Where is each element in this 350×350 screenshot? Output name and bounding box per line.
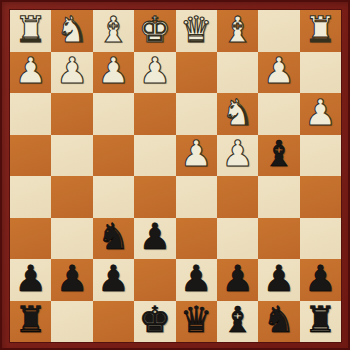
square-e4[interactable] (134, 135, 175, 177)
square-d6[interactable] (176, 218, 217, 260)
square-f6[interactable]: ♞ (93, 218, 134, 260)
square-a7[interactable]: ♟ (300, 259, 341, 301)
square-g2[interactable]: ♟ (51, 52, 92, 94)
piece-black-pawn[interactable]: ♟ (139, 219, 171, 255)
piece-black-pawn[interactable]: ♟ (221, 261, 253, 297)
piece-white-bishop[interactable]: ♝ (97, 12, 129, 48)
square-f8[interactable] (93, 301, 134, 343)
piece-white-bishop[interactable]: ♝ (221, 12, 253, 48)
square-d8[interactable]: ♛ (176, 301, 217, 343)
square-h2[interactable]: ♟ (10, 52, 51, 94)
piece-white-rook[interactable]: ♜ (304, 12, 336, 48)
square-d2[interactable] (176, 52, 217, 94)
piece-black-pawn[interactable]: ♟ (97, 261, 129, 297)
square-b2[interactable]: ♟ (258, 52, 299, 94)
square-c1[interactable]: ♝ (217, 10, 258, 52)
square-b1[interactable] (258, 10, 299, 52)
piece-black-pawn[interactable]: ♟ (56, 261, 88, 297)
square-f3[interactable] (93, 93, 134, 135)
square-b8[interactable]: ♞ (258, 301, 299, 343)
square-b7[interactable]: ♟ (258, 259, 299, 301)
piece-white-pawn[interactable]: ♟ (139, 53, 171, 89)
piece-white-knight[interactable]: ♞ (221, 95, 253, 131)
square-g1[interactable]: ♞ (51, 10, 92, 52)
square-e1[interactable]: ♚ (134, 10, 175, 52)
square-c8[interactable]: ♝ (217, 301, 258, 343)
square-b4[interactable]: ♝ (258, 135, 299, 177)
piece-white-pawn[interactable]: ♟ (15, 53, 47, 89)
piece-black-bishop[interactable]: ♝ (263, 136, 295, 172)
square-g7[interactable]: ♟ (51, 259, 92, 301)
piece-black-rook[interactable]: ♜ (304, 302, 336, 338)
square-c4[interactable]: ♟ (217, 135, 258, 177)
square-e2[interactable]: ♟ (134, 52, 175, 94)
square-b6[interactable] (258, 218, 299, 260)
square-f7[interactable]: ♟ (93, 259, 134, 301)
piece-black-rook[interactable]: ♜ (15, 302, 47, 338)
square-a4[interactable] (300, 135, 341, 177)
square-c6[interactable] (217, 218, 258, 260)
square-d4[interactable]: ♟ (176, 135, 217, 177)
square-e7[interactable] (134, 259, 175, 301)
chess-board-frame: ♜♞♝♚♛♝♜♟♟♟♟♟♞♟♟♟♝♞♟♟♟♟♟♟♟♟♜♚♛♝♞♜ (0, 0, 350, 350)
square-h4[interactable] (10, 135, 51, 177)
piece-white-pawn[interactable]: ♟ (304, 95, 336, 131)
square-d3[interactable] (176, 93, 217, 135)
square-a2[interactable] (300, 52, 341, 94)
square-h5[interactable] (10, 176, 51, 218)
square-f2[interactable]: ♟ (93, 52, 134, 94)
square-e5[interactable] (134, 176, 175, 218)
square-a1[interactable]: ♜ (300, 10, 341, 52)
piece-black-knight[interactable]: ♞ (97, 219, 129, 255)
square-g8[interactable] (51, 301, 92, 343)
piece-black-pawn[interactable]: ♟ (304, 261, 336, 297)
square-c7[interactable]: ♟ (217, 259, 258, 301)
square-b5[interactable] (258, 176, 299, 218)
piece-white-pawn[interactable]: ♟ (56, 53, 88, 89)
square-g3[interactable] (51, 93, 92, 135)
square-f4[interactable] (93, 135, 134, 177)
square-e8[interactable]: ♚ (134, 301, 175, 343)
square-h6[interactable] (10, 218, 51, 260)
square-d5[interactable] (176, 176, 217, 218)
square-f5[interactable] (93, 176, 134, 218)
square-g6[interactable] (51, 218, 92, 260)
square-f1[interactable]: ♝ (93, 10, 134, 52)
piece-black-king[interactable]: ♚ (139, 302, 171, 338)
square-a3[interactable]: ♟ (300, 93, 341, 135)
piece-black-pawn[interactable]: ♟ (180, 261, 212, 297)
square-g4[interactable] (51, 135, 92, 177)
piece-black-pawn[interactable]: ♟ (15, 261, 47, 297)
chess-board: ♜♞♝♚♛♝♜♟♟♟♟♟♞♟♟♟♝♞♟♟♟♟♟♟♟♟♜♚♛♝♞♜ (10, 10, 341, 342)
square-g5[interactable] (51, 176, 92, 218)
square-a8[interactable]: ♜ (300, 301, 341, 343)
square-h1[interactable]: ♜ (10, 10, 51, 52)
square-b3[interactable] (258, 93, 299, 135)
square-a5[interactable] (300, 176, 341, 218)
piece-white-queen[interactable]: ♛ (180, 12, 212, 48)
square-e6[interactable]: ♟ (134, 218, 175, 260)
piece-white-pawn[interactable]: ♟ (263, 53, 295, 89)
square-h7[interactable]: ♟ (10, 259, 51, 301)
square-e3[interactable] (134, 93, 175, 135)
piece-white-rook[interactable]: ♜ (15, 12, 47, 48)
square-d1[interactable]: ♛ (176, 10, 217, 52)
piece-white-knight[interactable]: ♞ (56, 12, 88, 48)
square-c2[interactable] (217, 52, 258, 94)
square-c5[interactable] (217, 176, 258, 218)
piece-white-pawn[interactable]: ♟ (221, 136, 253, 172)
piece-white-pawn[interactable]: ♟ (97, 53, 129, 89)
piece-white-pawn[interactable]: ♟ (180, 136, 212, 172)
piece-black-bishop[interactable]: ♝ (221, 302, 253, 338)
square-h8[interactable]: ♜ (10, 301, 51, 343)
square-c3[interactable]: ♞ (217, 93, 258, 135)
piece-white-king[interactable]: ♚ (139, 12, 171, 48)
square-h3[interactable] (10, 93, 51, 135)
square-d7[interactable]: ♟ (176, 259, 217, 301)
piece-black-pawn[interactable]: ♟ (263, 261, 295, 297)
square-a6[interactable] (300, 218, 341, 260)
piece-black-queen[interactable]: ♛ (180, 302, 212, 338)
piece-black-knight[interactable]: ♞ (263, 302, 295, 338)
